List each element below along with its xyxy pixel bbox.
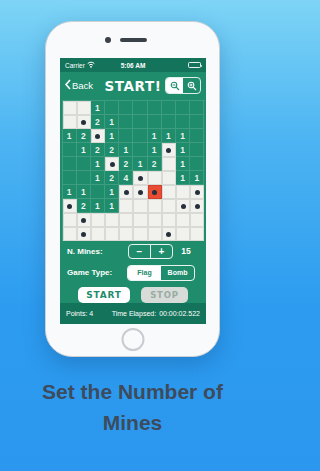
- cell-r9c6[interactable]: [133, 213, 147, 227]
- zoom-in-icon: [187, 77, 197, 94]
- cell-r1c9[interactable]: [176, 101, 190, 115]
- zoom-out-icon: [170, 77, 180, 94]
- zoom-out-button[interactable]: [166, 78, 183, 93]
- cell-r9c10[interactable]: [190, 213, 204, 227]
- cell-r6c9[interactable]: 1: [176, 171, 190, 185]
- cell-r9c2[interactable]: [77, 213, 91, 227]
- cell-r9c3[interactable]: [91, 213, 105, 227]
- cell-r1c4[interactable]: [105, 101, 119, 115]
- cell-r8c4[interactable]: 1: [105, 199, 119, 213]
- stop-button[interactable]: STOP: [141, 287, 188, 303]
- game-type-flag-button[interactable]: Flag: [128, 266, 161, 280]
- cell-r8c1[interactable]: [63, 199, 77, 213]
- cell-r5c2[interactable]: [77, 157, 91, 171]
- game-type-row: Game Type: Flag Bomb: [60, 265, 206, 280]
- buttons-row: START STOP: [60, 287, 206, 303]
- points-value: 4: [89, 310, 93, 317]
- time-elapsed-value: 00:00:02.522: [159, 310, 200, 317]
- caption-line-1: Set the Number of: [0, 376, 265, 407]
- cell-r2c5[interactable]: [119, 115, 133, 129]
- cell-r7c1[interactable]: 1: [63, 185, 77, 199]
- back-button[interactable]: Back: [65, 79, 93, 92]
- cell-r2c9[interactable]: [176, 115, 190, 129]
- cell-r3c8[interactable]: 1: [162, 129, 176, 143]
- cell-r6c10[interactable]: 1: [190, 171, 204, 185]
- cell-r5c5[interactable]: 2: [119, 157, 133, 171]
- cell-r10c3[interactable]: [91, 227, 105, 241]
- cell-r7c8[interactable]: [162, 185, 176, 199]
- cell-r2c10[interactable]: [190, 115, 204, 129]
- cell-r2c6[interactable]: [133, 115, 147, 129]
- cell-r10c9[interactable]: [176, 227, 190, 241]
- cell-r5c10[interactable]: [190, 157, 204, 171]
- minus-button[interactable]: −: [129, 245, 150, 258]
- cell-r3c7[interactable]: 1: [148, 129, 162, 143]
- cell-r10c8[interactable]: [162, 227, 176, 241]
- cell-r8c5[interactable]: [119, 199, 133, 213]
- cell-r1c6[interactable]: [133, 101, 147, 115]
- app-screen: Carrier 5:06 AM Back: [60, 58, 206, 324]
- cell-r3c6[interactable]: [133, 129, 147, 143]
- cell-r2c8[interactable]: [162, 115, 176, 129]
- cell-r3c4[interactable]: 1: [105, 129, 119, 143]
- cell-r5c1[interactable]: [63, 157, 77, 171]
- cell-r4c3[interactable]: 2: [91, 143, 105, 157]
- cell-r3c2[interactable]: 2: [77, 129, 91, 143]
- cell-r8c8[interactable]: [162, 199, 176, 213]
- cell-r4c7[interactable]: 1: [148, 143, 162, 157]
- home-button[interactable]: [121, 328, 144, 351]
- cell-r3c9[interactable]: 1: [176, 129, 190, 143]
- cell-r9c4[interactable]: [105, 213, 119, 227]
- game-type-segmented-control: Flag Bomb: [127, 265, 195, 281]
- caption-line-2: Mines: [0, 407, 265, 438]
- cell-r4c5[interactable]: 1: [119, 143, 133, 157]
- cell-r1c8[interactable]: [162, 101, 176, 115]
- cell-r9c8[interactable]: [162, 213, 176, 227]
- cell-r4c10[interactable]: [190, 143, 204, 157]
- chevron-left-icon: [65, 79, 71, 92]
- cell-r1c2[interactable]: [77, 101, 91, 115]
- cell-r5c4[interactable]: [105, 157, 119, 171]
- cell-r7c5[interactable]: [119, 185, 133, 199]
- cell-r10c10[interactable]: [190, 227, 204, 241]
- cell-r2c4[interactable]: 1: [105, 115, 119, 129]
- camera-dot-icon: [105, 37, 111, 43]
- mines-row: N. Mines: − + 15: [60, 244, 206, 258]
- cell-r2c3[interactable]: 2: [91, 115, 105, 129]
- cell-r9c9[interactable]: [176, 213, 190, 227]
- cell-r6c1[interactable]: [63, 171, 77, 185]
- cell-r1c7[interactable]: [148, 101, 162, 115]
- time-elapsed-label: Time Elapsed:: [112, 310, 156, 317]
- cell-r7c6[interactable]: [133, 185, 147, 199]
- cell-r9c1[interactable]: [63, 213, 77, 227]
- game-type-bomb-button[interactable]: Bomb: [161, 266, 194, 280]
- zoom-segmented-control: [165, 77, 201, 94]
- cell-r5c6[interactable]: 1: [133, 157, 147, 171]
- cell-r9c5[interactable]: [119, 213, 133, 227]
- battery-icon: [188, 62, 201, 68]
- mines-stepper: − +: [128, 244, 173, 259]
- cell-r4c2[interactable]: 1: [77, 143, 91, 157]
- mines-value: 15: [173, 246, 199, 256]
- cell-r8c9[interactable]: [176, 199, 190, 213]
- cell-r2c2[interactable]: [77, 115, 91, 129]
- cell-r8c7[interactable]: [148, 199, 162, 213]
- cell-r6c6[interactable]: [133, 171, 147, 185]
- cell-r8c6[interactable]: [133, 199, 147, 213]
- cell-r7c2[interactable]: 1: [77, 185, 91, 199]
- cell-r8c3[interactable]: 1: [91, 199, 105, 213]
- cell-r6c4[interactable]: 2: [105, 171, 119, 185]
- cell-r6c2[interactable]: [77, 171, 91, 185]
- cell-r1c3[interactable]: 1: [91, 101, 105, 115]
- cell-r6c7[interactable]: [148, 171, 162, 185]
- start-button[interactable]: START: [78, 287, 130, 303]
- cell-r10c6[interactable]: [133, 227, 147, 241]
- iphone-mockup: Carrier 5:06 AM Back: [45, 21, 220, 357]
- cell-r1c10[interactable]: [190, 101, 204, 115]
- cell-r5c8[interactable]: [162, 157, 176, 171]
- marketing-caption: Set the Number of Mines: [0, 376, 265, 438]
- cell-r6c8[interactable]: [162, 171, 176, 185]
- back-label: Back: [72, 80, 93, 91]
- nav-bar: Back START!: [60, 72, 206, 99]
- cell-r7c7[interactable]: [148, 185, 162, 199]
- cell-r10c2[interactable]: [77, 227, 91, 241]
- cell-r10c1[interactable]: [63, 227, 77, 241]
- cell-r10c4[interactable]: [105, 227, 119, 241]
- cell-r5c7[interactable]: 2: [148, 157, 162, 171]
- cell-r7c10[interactable]: [190, 185, 204, 199]
- cell-r3c3[interactable]: [91, 129, 105, 143]
- status-bar: Carrier 5:06 AM: [60, 58, 206, 72]
- cell-r8c10[interactable]: [190, 199, 204, 213]
- cell-r4c8[interactable]: [162, 143, 176, 157]
- cell-r4c4[interactable]: 2: [105, 143, 119, 157]
- points-bar: Points: 4 Time Elapsed: 00:00:02.522: [60, 303, 206, 324]
- cell-r10c7[interactable]: [148, 227, 162, 241]
- cell-r1c1[interactable]: [63, 101, 77, 115]
- cell-r6c5[interactable]: 4: [119, 171, 133, 185]
- cell-r5c3[interactable]: 1: [91, 157, 105, 171]
- status-time: 5:06 AM: [60, 62, 206, 69]
- cell-r10c5[interactable]: [119, 227, 133, 241]
- board: 1211211111221111212112411111211: [62, 100, 205, 241]
- cell-r3c1[interactable]: 1: [63, 129, 77, 143]
- cell-r1c5[interactable]: [119, 101, 133, 115]
- cell-r7c9[interactable]: [176, 185, 190, 199]
- plus-button[interactable]: +: [150, 245, 172, 258]
- cell-r3c5[interactable]: [119, 129, 133, 143]
- cell-r7c3[interactable]: [91, 185, 105, 199]
- cell-r4c9[interactable]: 1: [176, 143, 190, 157]
- cell-r6c3[interactable]: 1: [91, 171, 105, 185]
- points-label: Points:: [66, 310, 87, 317]
- cell-r7c4[interactable]: 1: [105, 185, 119, 199]
- game-type-label: Game Type:: [67, 268, 112, 277]
- cell-r4c1[interactable]: [63, 143, 77, 157]
- cell-r4c6[interactable]: [133, 143, 147, 157]
- speaker-slot: [120, 38, 147, 42]
- mines-label: N. Mines:: [67, 247, 103, 256]
- cell-r2c7[interactable]: [148, 115, 162, 129]
- cell-r5c9[interactable]: 1: [176, 157, 190, 171]
- zoom-in-button[interactable]: [183, 78, 200, 93]
- cell-r8c2[interactable]: 2: [77, 199, 91, 213]
- cell-r9c7[interactable]: [148, 213, 162, 227]
- cell-r2c1[interactable]: [63, 115, 77, 129]
- cell-r3c10[interactable]: [190, 129, 204, 143]
